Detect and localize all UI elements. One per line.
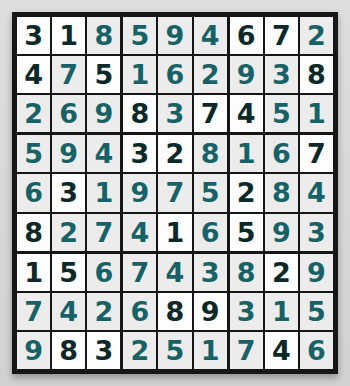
cell-r3c2[interactable]: 6 xyxy=(52,95,85,132)
cell-r9c9[interactable]: 6 xyxy=(300,332,333,369)
cell-r1c7[interactable]: 6 xyxy=(230,17,263,54)
cell-r6c5[interactable]: 1 xyxy=(158,214,191,251)
cell-r8c7[interactable]: 3 xyxy=(230,293,263,330)
cell-r6c6[interactable]: 6 xyxy=(194,214,227,251)
cell-r1c5[interactable]: 9 xyxy=(158,17,191,54)
cell-r5c5[interactable]: 7 xyxy=(158,174,191,211)
cell-r7c5[interactable]: 4 xyxy=(158,254,191,291)
cell-r5c4[interactable]: 9 xyxy=(123,174,156,211)
box-1-1: 318475269 xyxy=(17,17,120,132)
cell-r7c9[interactable]: 9 xyxy=(300,254,333,291)
cell-r7c1[interactable]: 1 xyxy=(17,254,50,291)
cell-r5c9[interactable]: 4 xyxy=(300,174,333,211)
cell-r2c7[interactable]: 9 xyxy=(230,56,263,93)
cell-r1c2[interactable]: 1 xyxy=(52,17,85,54)
box-3-1: 156742983 xyxy=(17,254,120,369)
cell-r8c5[interactable]: 8 xyxy=(158,293,191,330)
cell-r5c1[interactable]: 6 xyxy=(17,174,50,211)
cell-r1c6[interactable]: 4 xyxy=(194,17,227,54)
cell-r9c8[interactable]: 4 xyxy=(265,332,298,369)
cell-r7c6[interactable]: 3 xyxy=(194,254,227,291)
cell-r7c2[interactable]: 5 xyxy=(52,254,85,291)
cell-r5c8[interactable]: 8 xyxy=(265,174,298,211)
box-3-3: 829315746 xyxy=(230,254,333,369)
cell-r9c5[interactable]: 5 xyxy=(158,332,191,369)
cell-r8c6[interactable]: 9 xyxy=(194,293,227,330)
cell-r8c4[interactable]: 6 xyxy=(123,293,156,330)
cell-r5c7[interactable]: 2 xyxy=(230,174,263,211)
cell-r7c8[interactable]: 2 xyxy=(265,254,298,291)
cell-r9c6[interactable]: 1 xyxy=(194,332,227,369)
cell-r1c3[interactable]: 8 xyxy=(87,17,120,54)
box-2-2: 328975416 xyxy=(123,135,226,250)
cell-r6c2[interactable]: 2 xyxy=(52,214,85,251)
cell-r4c4[interactable]: 3 xyxy=(123,135,156,172)
cell-r3c3[interactable]: 9 xyxy=(87,95,120,132)
cell-r2c6[interactable]: 2 xyxy=(194,56,227,93)
cell-r1c9[interactable]: 2 xyxy=(300,17,333,54)
cell-r4c8[interactable]: 6 xyxy=(265,135,298,172)
cell-r9c3[interactable]: 3 xyxy=(87,332,120,369)
cell-r4c9[interactable]: 7 xyxy=(300,135,333,172)
cell-r4c6[interactable]: 8 xyxy=(194,135,227,172)
cell-r8c8[interactable]: 1 xyxy=(265,293,298,330)
cell-r8c1[interactable]: 7 xyxy=(17,293,50,330)
cell-r4c5[interactable]: 2 xyxy=(158,135,191,172)
cell-r3c1[interactable]: 2 xyxy=(17,95,50,132)
box-2-3: 167284593 xyxy=(230,135,333,250)
cell-r3c4[interactable]: 8 xyxy=(123,95,156,132)
cell-r9c4[interactable]: 2 xyxy=(123,332,156,369)
cell-r5c3[interactable]: 1 xyxy=(87,174,120,211)
cell-r6c7[interactable]: 5 xyxy=(230,214,263,251)
cell-r9c2[interactable]: 8 xyxy=(52,332,85,369)
cell-r3c9[interactable]: 1 xyxy=(300,95,333,132)
cell-r6c8[interactable]: 9 xyxy=(265,214,298,251)
cell-r4c3[interactable]: 4 xyxy=(87,135,120,172)
cell-r9c1[interactable]: 9 xyxy=(17,332,50,369)
cell-r7c3[interactable]: 6 xyxy=(87,254,120,291)
cell-r6c3[interactable]: 7 xyxy=(87,214,120,251)
cell-r4c1[interactable]: 5 xyxy=(17,135,50,172)
cell-r2c2[interactable]: 7 xyxy=(52,56,85,93)
cell-r2c9[interactable]: 8 xyxy=(300,56,333,93)
cell-r3c8[interactable]: 5 xyxy=(265,95,298,132)
cell-r7c7[interactable]: 8 xyxy=(230,254,263,291)
box-2-1: 594631827 xyxy=(17,135,120,250)
cell-r8c3[interactable]: 2 xyxy=(87,293,120,330)
box-1-3: 672938451 xyxy=(230,17,333,132)
box-3-2: 743689251 xyxy=(123,254,226,369)
cell-r3c5[interactable]: 3 xyxy=(158,95,191,132)
cell-r4c7[interactable]: 1 xyxy=(230,135,263,172)
cell-r1c1[interactable]: 3 xyxy=(17,17,50,54)
cell-r4c2[interactable]: 9 xyxy=(52,135,85,172)
cell-r9c7[interactable]: 7 xyxy=(230,332,263,369)
cell-r2c5[interactable]: 6 xyxy=(158,56,191,93)
box-1-2: 594162837 xyxy=(123,17,226,132)
cell-r5c6[interactable]: 5 xyxy=(194,174,227,211)
cell-r2c3[interactable]: 5 xyxy=(87,56,120,93)
cell-r7c4[interactable]: 7 xyxy=(123,254,156,291)
cell-r3c7[interactable]: 4 xyxy=(230,95,263,132)
cell-r6c1[interactable]: 8 xyxy=(17,214,50,251)
cell-r2c8[interactable]: 3 xyxy=(265,56,298,93)
cell-r8c9[interactable]: 5 xyxy=(300,293,333,330)
cell-r1c8[interactable]: 7 xyxy=(265,17,298,54)
cell-r1c4[interactable]: 5 xyxy=(123,17,156,54)
cell-r2c1[interactable]: 4 xyxy=(17,56,50,93)
cell-r5c2[interactable]: 3 xyxy=(52,174,85,211)
sudoku-board: 3184752695941628376729384515946318273289… xyxy=(12,12,338,374)
cell-r2c4[interactable]: 1 xyxy=(123,56,156,93)
cell-r3c6[interactable]: 7 xyxy=(194,95,227,132)
cell-r6c4[interactable]: 4 xyxy=(123,214,156,251)
cell-r6c9[interactable]: 3 xyxy=(300,214,333,251)
cell-r8c2[interactable]: 4 xyxy=(52,293,85,330)
